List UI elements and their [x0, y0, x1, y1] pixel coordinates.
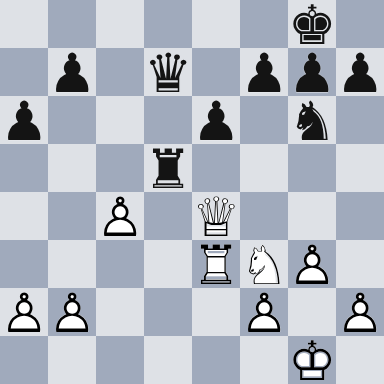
chess-board: ♚♟♛♟♟♟♟♟♞♜♟♙♛♕♜♖♞♘♟♙♟♙♟♙♟♙♟♙♚♔	[0, 0, 384, 384]
black-pawn[interactable]: ♟	[336, 48, 384, 96]
square-h8[interactable]	[336, 0, 384, 48]
piece-glyph-outline: ♙	[0, 288, 48, 336]
square-e8[interactable]	[192, 0, 240, 48]
square-d8[interactable]	[144, 0, 192, 48]
piece-glyph-fill: ♞	[288, 96, 336, 144]
square-e7[interactable]	[192, 48, 240, 96]
square-b4[interactable]	[48, 192, 96, 240]
black-pawn[interactable]: ♟	[0, 96, 48, 144]
square-a7[interactable]	[0, 48, 48, 96]
piece-glyph-fill: ♛	[144, 48, 192, 96]
square-a1[interactable]	[0, 336, 48, 384]
square-f6[interactable]	[240, 96, 288, 144]
square-h7[interactable]: ♟	[336, 48, 384, 96]
piece-glyph-outline: ♙	[240, 288, 288, 336]
black-rook[interactable]: ♜	[144, 144, 192, 192]
square-a8[interactable]	[0, 0, 48, 48]
white-pawn[interactable]: ♟♙	[96, 192, 144, 240]
square-b6[interactable]	[48, 96, 96, 144]
black-pawn[interactable]: ♟	[48, 48, 96, 96]
square-a6[interactable]: ♟	[0, 96, 48, 144]
piece-glyph-outline: ♔	[288, 336, 336, 384]
square-g1[interactable]: ♚♔	[288, 336, 336, 384]
piece-glyph-fill: ♟	[48, 48, 96, 96]
piece-glyph-outline: ♘	[240, 240, 288, 288]
black-king[interactable]: ♚	[288, 0, 336, 48]
square-e3[interactable]: ♜♖	[192, 240, 240, 288]
square-b5[interactable]	[48, 144, 96, 192]
square-h2[interactable]: ♟♙	[336, 288, 384, 336]
square-b1[interactable]	[48, 336, 96, 384]
square-f2[interactable]: ♟♙	[240, 288, 288, 336]
piece-glyph-outline: ♙	[288, 240, 336, 288]
square-e2[interactable]	[192, 288, 240, 336]
square-d1[interactable]	[144, 336, 192, 384]
square-b2[interactable]: ♟♙	[48, 288, 96, 336]
square-g4[interactable]	[288, 192, 336, 240]
square-d6[interactable]	[144, 96, 192, 144]
piece-glyph-fill: ♟	[240, 48, 288, 96]
piece-glyph-fill: ♜	[144, 144, 192, 192]
square-d4[interactable]	[144, 192, 192, 240]
square-c6[interactable]	[96, 96, 144, 144]
white-rook[interactable]: ♜♖	[192, 240, 240, 288]
piece-glyph-outline: ♙	[48, 288, 96, 336]
white-pawn[interactable]: ♟♙	[288, 240, 336, 288]
square-d5[interactable]: ♜	[144, 144, 192, 192]
piece-glyph-fill: ♟	[0, 96, 48, 144]
square-c7[interactable]	[96, 48, 144, 96]
square-f5[interactable]	[240, 144, 288, 192]
square-d7[interactable]: ♛	[144, 48, 192, 96]
square-d2[interactable]	[144, 288, 192, 336]
square-g3[interactable]: ♟♙	[288, 240, 336, 288]
black-queen[interactable]: ♛	[144, 48, 192, 96]
piece-glyph-fill: ♟	[240, 288, 288, 336]
square-h3[interactable]	[336, 240, 384, 288]
white-knight[interactable]: ♞♘	[240, 240, 288, 288]
square-h5[interactable]	[336, 144, 384, 192]
square-e1[interactable]	[192, 336, 240, 384]
black-knight[interactable]: ♞	[288, 96, 336, 144]
square-c4[interactable]: ♟♙	[96, 192, 144, 240]
square-c2[interactable]	[96, 288, 144, 336]
square-f7[interactable]: ♟	[240, 48, 288, 96]
black-pawn[interactable]: ♟	[240, 48, 288, 96]
square-a4[interactable]	[0, 192, 48, 240]
square-g7[interactable]: ♟	[288, 48, 336, 96]
square-f3[interactable]: ♞♘	[240, 240, 288, 288]
square-f4[interactable]	[240, 192, 288, 240]
piece-glyph-outline: ♙	[336, 288, 384, 336]
square-c5[interactable]	[96, 144, 144, 192]
black-pawn[interactable]: ♟	[192, 96, 240, 144]
square-g2[interactable]	[288, 288, 336, 336]
piece-glyph-outline: ♕	[192, 192, 240, 240]
square-g6[interactable]: ♞	[288, 96, 336, 144]
piece-glyph-fill: ♚	[288, 336, 336, 384]
square-c8[interactable]	[96, 0, 144, 48]
white-pawn[interactable]: ♟♙	[336, 288, 384, 336]
square-b7[interactable]: ♟	[48, 48, 96, 96]
square-e5[interactable]	[192, 144, 240, 192]
square-c3[interactable]	[96, 240, 144, 288]
piece-glyph-fill: ♟	[0, 288, 48, 336]
piece-glyph-fill: ♛	[192, 192, 240, 240]
white-pawn[interactable]: ♟♙	[0, 288, 48, 336]
square-f8[interactable]	[240, 0, 288, 48]
square-f1[interactable]	[240, 336, 288, 384]
square-h4[interactable]	[336, 192, 384, 240]
piece-glyph-outline: ♙	[96, 192, 144, 240]
square-h6[interactable]	[336, 96, 384, 144]
piece-glyph-fill: ♟	[288, 48, 336, 96]
white-queen[interactable]: ♛♕	[192, 192, 240, 240]
square-a3[interactable]	[0, 240, 48, 288]
piece-glyph-fill: ♜	[192, 240, 240, 288]
square-g8[interactable]: ♚	[288, 0, 336, 48]
piece-glyph-fill: ♟	[96, 192, 144, 240]
square-b8[interactable]	[48, 0, 96, 48]
square-a2[interactable]: ♟♙	[0, 288, 48, 336]
piece-glyph-fill: ♟	[192, 96, 240, 144]
square-e6[interactable]: ♟	[192, 96, 240, 144]
white-pawn[interactable]: ♟♙	[240, 288, 288, 336]
black-pawn[interactable]: ♟	[288, 48, 336, 96]
square-b3[interactable]	[48, 240, 96, 288]
square-c1[interactable]	[96, 336, 144, 384]
piece-glyph-fill: ♟	[336, 288, 384, 336]
square-h1[interactable]	[336, 336, 384, 384]
square-a5[interactable]	[0, 144, 48, 192]
piece-glyph-fill: ♚	[288, 0, 336, 48]
white-king[interactable]: ♚♔	[288, 336, 336, 384]
square-g5[interactable]	[288, 144, 336, 192]
white-pawn[interactable]: ♟♙	[48, 288, 96, 336]
piece-glyph-fill: ♟	[336, 48, 384, 96]
square-e4[interactable]: ♛♕	[192, 192, 240, 240]
piece-glyph-fill: ♟	[288, 240, 336, 288]
piece-glyph-fill: ♟	[48, 288, 96, 336]
piece-glyph-outline: ♖	[192, 240, 240, 288]
square-d3[interactable]	[144, 240, 192, 288]
piece-glyph-fill: ♞	[240, 240, 288, 288]
